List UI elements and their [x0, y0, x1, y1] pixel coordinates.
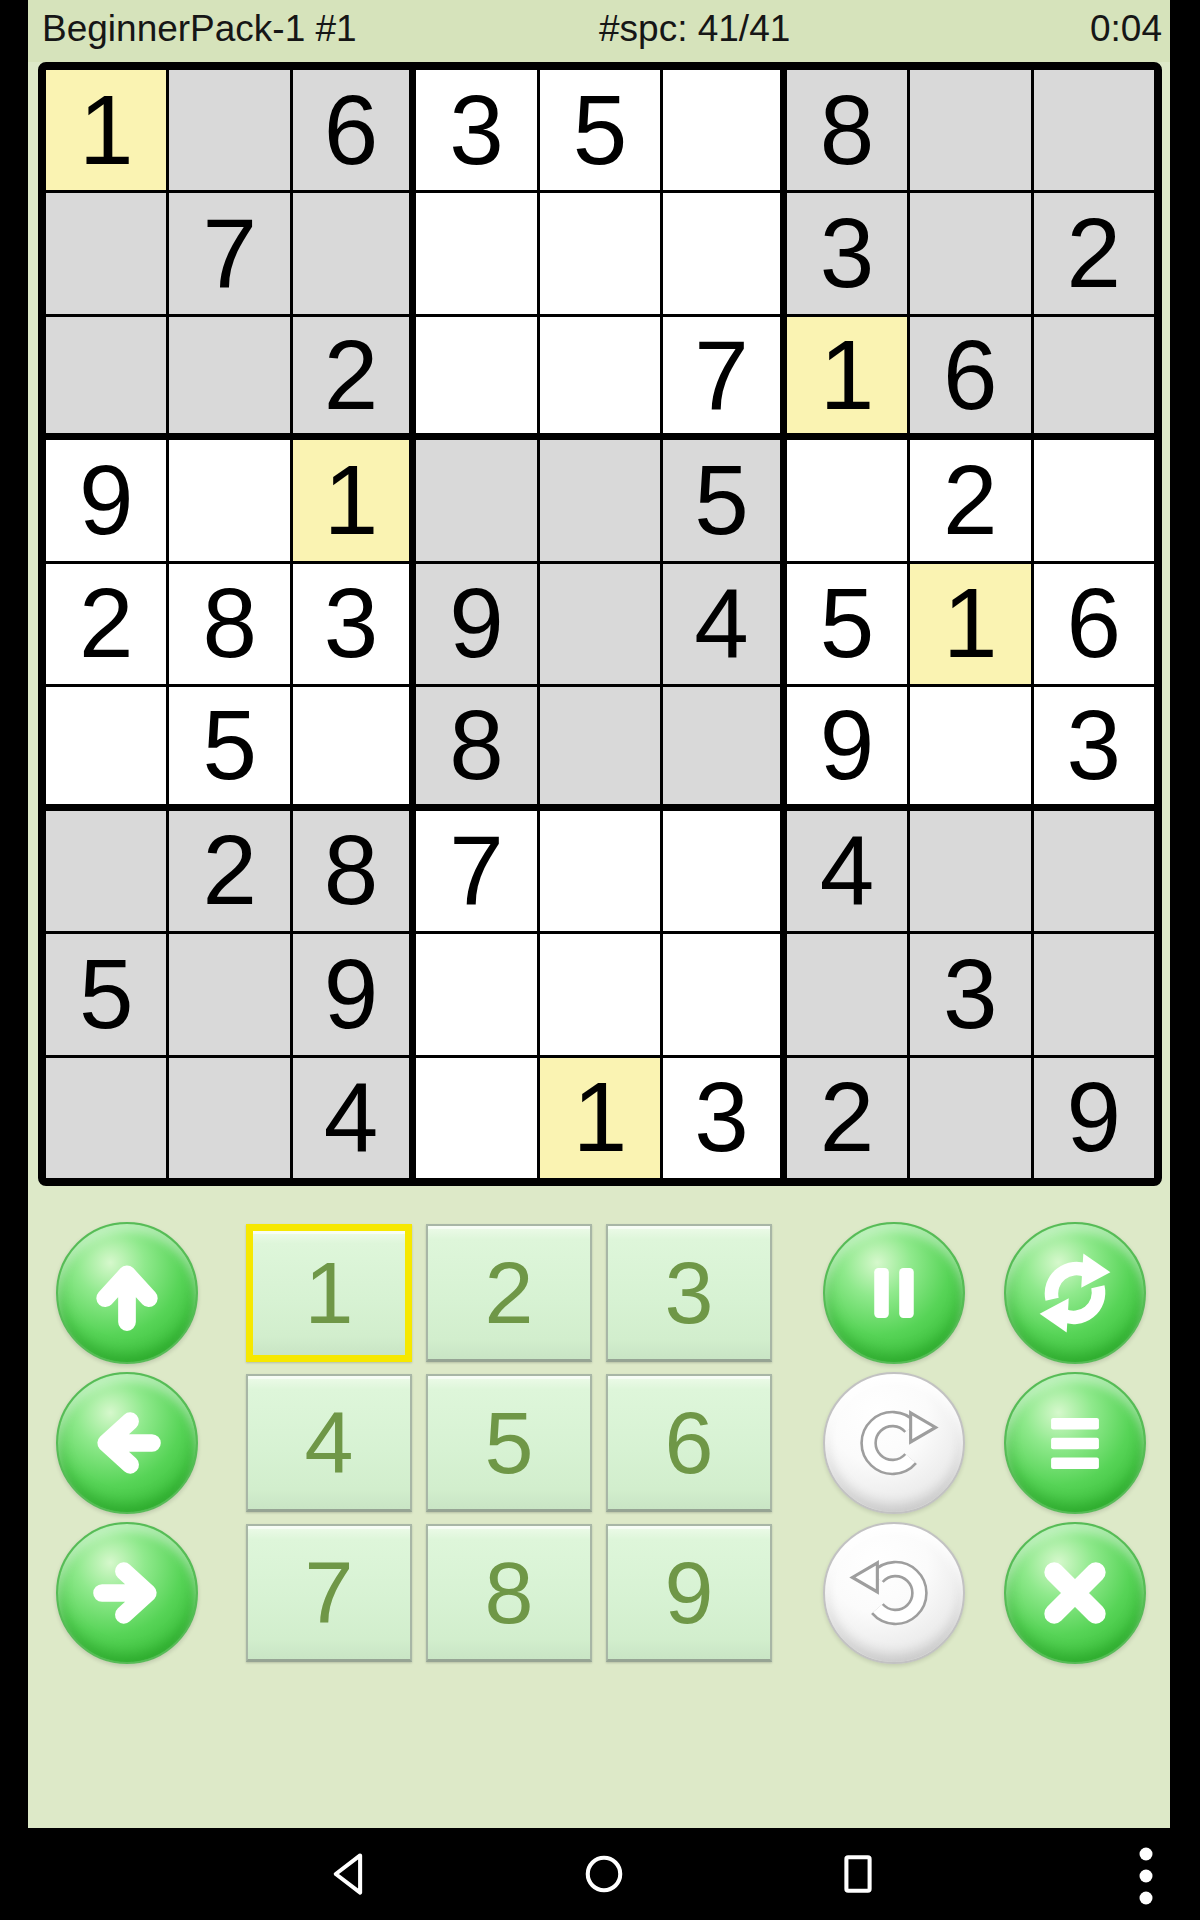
cell-r6c4[interactable]: 8: [416, 687, 536, 807]
cell-r1c6[interactable]: [663, 70, 783, 190]
cell-r2c9[interactable]: 2: [1034, 193, 1154, 313]
key-2[interactable]: 2: [426, 1224, 592, 1362]
cell-r4c2[interactable]: [169, 440, 289, 560]
puzzle-title: BeginnerPack-1 #1: [42, 0, 357, 58]
key-9[interactable]: 9: [606, 1524, 772, 1662]
cell-r1c7[interactable]: 8: [787, 70, 907, 190]
cell-r3c8[interactable]: 6: [910, 317, 1030, 437]
cell-r5c5[interactable]: [540, 564, 660, 684]
cell-r1c8[interactable]: [910, 70, 1030, 190]
cell-r5c2[interactable]: 8: [169, 564, 289, 684]
key-7[interactable]: 7: [246, 1524, 412, 1662]
cell-r3c1[interactable]: [46, 317, 166, 437]
cell-r1c4[interactable]: 3: [416, 70, 536, 190]
right-arrow-icon: [75, 1541, 179, 1645]
undo-button[interactable]: [823, 1522, 965, 1664]
left-arrow-icon: [75, 1391, 179, 1495]
timer: 0:04: [1090, 0, 1162, 58]
pause-icon: [842, 1241, 946, 1345]
cell-r6c3[interactable]: [293, 687, 413, 807]
cell-r9c8[interactable]: [910, 1058, 1030, 1178]
cell-r1c3[interactable]: 6: [293, 70, 413, 190]
cell-r5c6[interactable]: 4: [663, 564, 783, 684]
cell-r7c2[interactable]: 2: [169, 811, 289, 931]
key-1[interactable]: 1: [246, 1224, 412, 1362]
up-arrow-button[interactable]: [56, 1222, 198, 1364]
restart-icon: [1023, 1241, 1127, 1345]
cell-r6c2[interactable]: 5: [169, 687, 289, 807]
cell-r2c3[interactable]: [293, 193, 413, 313]
sudoku-board: 1635873227169152283945165893287459341329: [38, 62, 1162, 1186]
cell-r1c2[interactable]: [169, 70, 289, 190]
cell-r7c3[interactable]: 8: [293, 811, 413, 931]
cell-r8c9[interactable]: [1034, 934, 1154, 1054]
cell-r8c5[interactable]: [540, 934, 660, 1054]
cell-r9c6[interactable]: 3: [663, 1058, 783, 1178]
close-icon: [1023, 1541, 1127, 1645]
cell-r2c5[interactable]: [540, 193, 660, 313]
cell-r4c7[interactable]: [787, 440, 907, 560]
cell-r8c4[interactable]: [416, 934, 536, 1054]
cell-r8c8[interactable]: 3: [910, 934, 1030, 1054]
cell-r3c5[interactable]: [540, 317, 660, 437]
cell-r4c9[interactable]: [1034, 440, 1154, 560]
menu-button[interactable]: [1004, 1372, 1146, 1514]
redo-button[interactable]: [823, 1372, 965, 1514]
redo-icon: [842, 1391, 946, 1495]
cell-r7c1[interactable]: [46, 811, 166, 931]
right-arrow-button[interactable]: [56, 1522, 198, 1664]
cell-r3c2[interactable]: [169, 317, 289, 437]
top-bar: BeginnerPack-1 #1 #spc: 41/41 0:04: [28, 0, 1170, 62]
overflow-menu-icon[interactable]: [1135, 1845, 1157, 1907]
key-4[interactable]: 4: [246, 1374, 412, 1512]
sudoku-app: BeginnerPack-1 #1 #spc: 41/41 0:04 16358…: [28, 0, 1170, 1828]
restart-button[interactable]: [1004, 1222, 1146, 1364]
cell-r7c6[interactable]: [663, 811, 783, 931]
cell-r9c9[interactable]: 9: [1034, 1058, 1154, 1178]
left-arrow-button[interactable]: [56, 1372, 198, 1514]
cell-r6c8[interactable]: [910, 687, 1030, 807]
cell-r9c3[interactable]: 4: [293, 1058, 413, 1178]
cell-r7c8[interactable]: [910, 811, 1030, 931]
cell-r6c5[interactable]: [540, 687, 660, 807]
cell-r2c1[interactable]: [46, 193, 166, 313]
cell-r2c4[interactable]: [416, 193, 536, 313]
spc-progress: #spc: 41/41: [599, 0, 790, 58]
cell-r4c6[interactable]: 5: [663, 440, 783, 560]
up-arrow-icon: [75, 1241, 179, 1345]
home-icon[interactable]: [575, 1845, 633, 1903]
key-6[interactable]: 6: [606, 1374, 772, 1512]
cell-r3c9[interactable]: [1034, 317, 1154, 437]
cell-r3c7[interactable]: 1: [787, 317, 907, 437]
cell-r6c7[interactable]: 9: [787, 687, 907, 807]
cell-r5c8[interactable]: 1: [910, 564, 1030, 684]
cell-r8c1[interactable]: 5: [46, 934, 166, 1054]
cell-r8c7[interactable]: [787, 934, 907, 1054]
cell-r8c2[interactable]: [169, 934, 289, 1054]
cell-r2c8[interactable]: [910, 193, 1030, 313]
cell-r8c3[interactable]: 9: [293, 934, 413, 1054]
pause-button[interactable]: [823, 1222, 965, 1364]
key-5[interactable]: 5: [426, 1374, 592, 1512]
cell-r8c6[interactable]: [663, 934, 783, 1054]
cell-r7c5[interactable]: [540, 811, 660, 931]
cell-r2c7[interactable]: 3: [787, 193, 907, 313]
cell-r9c7[interactable]: 2: [787, 1058, 907, 1178]
key-8[interactable]: 8: [426, 1524, 592, 1662]
cell-r7c4[interactable]: 7: [416, 811, 536, 931]
cell-r6c9[interactable]: 3: [1034, 687, 1154, 807]
cell-r2c6[interactable]: [663, 193, 783, 313]
cell-r6c6[interactable]: [663, 687, 783, 807]
recents-icon[interactable]: [829, 1845, 887, 1903]
back-icon[interactable]: [323, 1845, 381, 1903]
cell-r7c9[interactable]: [1034, 811, 1154, 931]
cell-r4c8[interactable]: 2: [910, 440, 1030, 560]
cell-r3c3[interactable]: 2: [293, 317, 413, 437]
cell-r3c6[interactable]: 7: [663, 317, 783, 437]
cell-r5c9[interactable]: 6: [1034, 564, 1154, 684]
cell-r5c7[interactable]: 5: [787, 564, 907, 684]
menu-icon: [1023, 1391, 1127, 1495]
cell-r1c1[interactable]: 1: [46, 70, 166, 190]
cell-r9c5[interactable]: 1: [540, 1058, 660, 1178]
keypad: 123456789: [246, 1224, 772, 1662]
cell-r4c1[interactable]: 9: [46, 440, 166, 560]
cell-r4c4[interactable]: [416, 440, 536, 560]
cell-r1c9[interactable]: [1034, 70, 1154, 190]
cell-r7c7[interactable]: 4: [787, 811, 907, 931]
close-button[interactable]: [1004, 1522, 1146, 1664]
cell-r4c5[interactable]: [540, 440, 660, 560]
cell-r5c1[interactable]: 2: [46, 564, 166, 684]
cell-r6c1[interactable]: [46, 687, 166, 807]
cell-r1c5[interactable]: 5: [540, 70, 660, 190]
cell-r5c3[interactable]: 3: [293, 564, 413, 684]
android-nav-bar: [0, 1828, 1200, 1920]
cell-r5c4[interactable]: 9: [416, 564, 536, 684]
cell-r9c2[interactable]: [169, 1058, 289, 1178]
cell-r2c2[interactable]: 7: [169, 193, 289, 313]
undo-icon: [842, 1541, 946, 1645]
cell-r9c4[interactable]: [416, 1058, 536, 1178]
cell-r3c4[interactable]: [416, 317, 536, 437]
key-3[interactable]: 3: [606, 1224, 772, 1362]
cell-r4c3[interactable]: 1: [293, 440, 413, 560]
cell-r9c1[interactable]: [46, 1058, 166, 1178]
